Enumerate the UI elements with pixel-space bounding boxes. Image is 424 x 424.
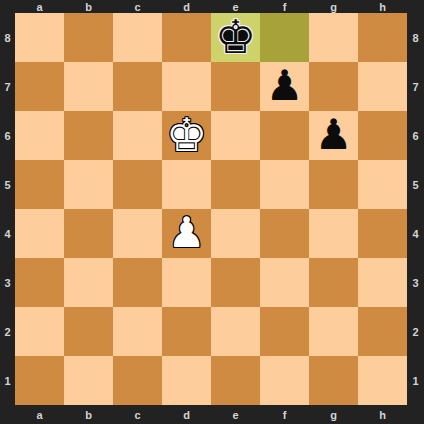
- square-c1[interactable]: [113, 356, 162, 405]
- file-label-b: b: [64, 0, 113, 13]
- file-label-a: a: [15, 405, 64, 424]
- square-b8[interactable]: [64, 13, 113, 62]
- file-label-d: d: [162, 0, 211, 13]
- square-g6[interactable]: ♟: [309, 111, 358, 160]
- square-c4[interactable]: [113, 209, 162, 258]
- square-f8[interactable]: [260, 13, 309, 62]
- square-h7[interactable]: [358, 62, 407, 111]
- white-king[interactable]: ♚: [166, 112, 207, 158]
- square-f1[interactable]: [260, 356, 309, 405]
- square-a4[interactable]: [15, 209, 64, 258]
- rank-label-4: 4: [407, 209, 424, 258]
- rank-label-5: 5: [407, 160, 424, 209]
- file-label-c: c: [113, 0, 162, 13]
- rank-label-7: 7: [0, 62, 15, 111]
- square-e5[interactable]: [211, 160, 260, 209]
- square-e4[interactable]: [211, 209, 260, 258]
- square-g5[interactable]: [309, 160, 358, 209]
- square-f4[interactable]: [260, 209, 309, 258]
- square-f5[interactable]: [260, 160, 309, 209]
- black-king[interactable]: ♚: [215, 14, 256, 60]
- rank-label-8: 8: [0, 13, 15, 62]
- square-g3[interactable]: [309, 258, 358, 307]
- square-g1[interactable]: [309, 356, 358, 405]
- square-e1[interactable]: [211, 356, 260, 405]
- square-g2[interactable]: [309, 307, 358, 356]
- square-c8[interactable]: [113, 13, 162, 62]
- square-h1[interactable]: [358, 356, 407, 405]
- rank-labels-right: 87654321: [407, 13, 424, 405]
- square-b2[interactable]: [64, 307, 113, 356]
- rank-labels-left: 87654321: [0, 13, 15, 405]
- square-d7[interactable]: [162, 62, 211, 111]
- file-label-a: a: [15, 0, 64, 13]
- white-pawn[interactable]: ♟: [168, 212, 206, 254]
- square-c7[interactable]: [113, 62, 162, 111]
- rank-label-6: 6: [407, 111, 424, 160]
- square-h3[interactable]: [358, 258, 407, 307]
- rank-label-3: 3: [0, 258, 15, 307]
- square-e8[interactable]: ♚: [211, 13, 260, 62]
- square-b5[interactable]: [64, 160, 113, 209]
- square-h5[interactable]: [358, 160, 407, 209]
- square-a8[interactable]: [15, 13, 64, 62]
- rank-label-4: 4: [0, 209, 15, 258]
- square-d4[interactable]: ♟: [162, 209, 211, 258]
- square-d6[interactable]: ♚: [162, 111, 211, 160]
- square-d2[interactable]: [162, 307, 211, 356]
- square-a2[interactable]: [15, 307, 64, 356]
- square-a3[interactable]: [15, 258, 64, 307]
- file-label-g: g: [309, 405, 358, 424]
- file-label-g: g: [309, 0, 358, 13]
- square-a6[interactable]: [15, 111, 64, 160]
- file-label-h: h: [358, 0, 407, 13]
- square-b6[interactable]: [64, 111, 113, 160]
- square-d8[interactable]: [162, 13, 211, 62]
- square-b1[interactable]: [64, 356, 113, 405]
- square-b7[interactable]: [64, 62, 113, 111]
- file-labels-bottom: abcdefgh: [15, 405, 407, 424]
- square-e2[interactable]: [211, 307, 260, 356]
- file-label-e: e: [211, 0, 260, 13]
- square-a1[interactable]: [15, 356, 64, 405]
- square-b3[interactable]: [64, 258, 113, 307]
- board: ♚♟♚♟♟: [15, 13, 407, 405]
- square-c2[interactable]: [113, 307, 162, 356]
- square-c3[interactable]: [113, 258, 162, 307]
- file-label-f: f: [260, 0, 309, 13]
- rank-label-5: 5: [0, 160, 15, 209]
- square-c6[interactable]: [113, 111, 162, 160]
- square-h8[interactable]: [358, 13, 407, 62]
- file-label-h: h: [358, 405, 407, 424]
- file-label-c: c: [113, 405, 162, 424]
- black-pawn[interactable]: ♟: [315, 114, 353, 156]
- square-d1[interactable]: [162, 356, 211, 405]
- square-a7[interactable]: [15, 62, 64, 111]
- rank-label-1: 1: [407, 356, 424, 405]
- file-label-b: b: [64, 405, 113, 424]
- square-d5[interactable]: [162, 160, 211, 209]
- square-f3[interactable]: [260, 258, 309, 307]
- rank-label-3: 3: [407, 258, 424, 307]
- black-pawn[interactable]: ♟: [266, 65, 304, 107]
- square-g8[interactable]: [309, 13, 358, 62]
- square-h4[interactable]: [358, 209, 407, 258]
- rank-label-1: 1: [0, 356, 15, 405]
- square-f7[interactable]: ♟: [260, 62, 309, 111]
- rank-label-6: 6: [0, 111, 15, 160]
- rank-label-2: 2: [0, 307, 15, 356]
- rank-label-7: 7: [407, 62, 424, 111]
- square-g7[interactable]: [309, 62, 358, 111]
- square-h2[interactable]: [358, 307, 407, 356]
- chessboard-frame: abcdefgh 87654321 ♚♟♚♟♟ 87654321 abcdefg…: [0, 0, 424, 424]
- square-f6[interactable]: [260, 111, 309, 160]
- square-g4[interactable]: [309, 209, 358, 258]
- square-h6[interactable]: [358, 111, 407, 160]
- square-d3[interactable]: [162, 258, 211, 307]
- square-b4[interactable]: [64, 209, 113, 258]
- file-label-d: d: [162, 405, 211, 424]
- square-c5[interactable]: [113, 160, 162, 209]
- rank-label-2: 2: [407, 307, 424, 356]
- square-a5[interactable]: [15, 160, 64, 209]
- square-e3[interactable]: [211, 258, 260, 307]
- square-e6[interactable]: [211, 111, 260, 160]
- file-label-f: f: [260, 405, 309, 424]
- file-labels-top: abcdefgh: [15, 0, 407, 13]
- square-f2[interactable]: [260, 307, 309, 356]
- square-e7[interactable]: [211, 62, 260, 111]
- rank-label-8: 8: [407, 13, 424, 62]
- file-label-e: e: [211, 405, 260, 424]
